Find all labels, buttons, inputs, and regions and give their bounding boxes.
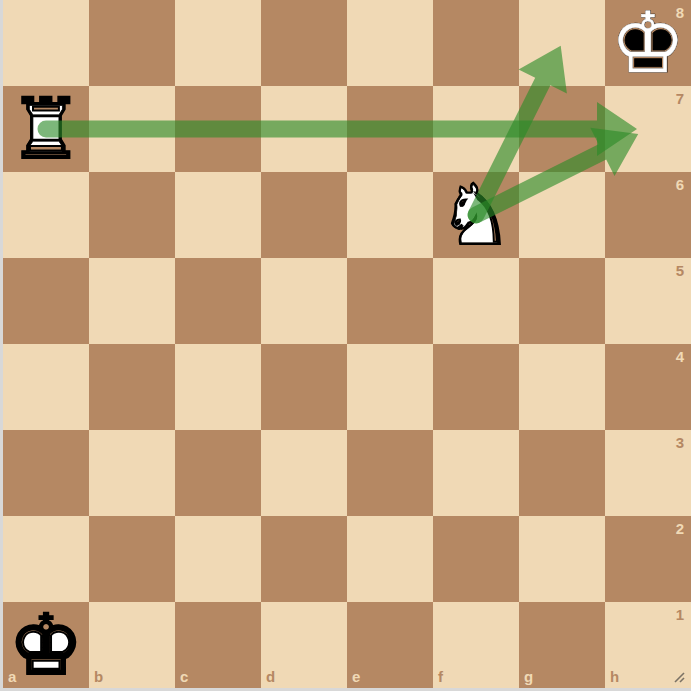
square-d7[interactable]	[261, 86, 347, 172]
file-label-e: e	[352, 669, 360, 684]
black-king-icon[interactable]: ♚♔	[605, 0, 691, 86]
square-g5[interactable]	[519, 258, 605, 344]
square-d5[interactable]	[261, 258, 347, 344]
square-b3[interactable]	[89, 430, 175, 516]
file-label-d: d	[266, 669, 275, 684]
square-c4[interactable]	[175, 344, 261, 430]
square-e3[interactable]	[347, 430, 433, 516]
square-a3[interactable]	[3, 430, 89, 516]
white-rook-icon[interactable]: ♜♖	[3, 86, 89, 172]
square-h3[interactable]: 3	[605, 430, 691, 516]
square-a4[interactable]	[3, 344, 89, 430]
square-f4[interactable]	[433, 344, 519, 430]
square-d6[interactable]	[261, 172, 347, 258]
square-g6[interactable]	[519, 172, 605, 258]
white-knight-icon[interactable]: ♞♘	[433, 172, 519, 258]
square-d8[interactable]	[261, 0, 347, 86]
square-d2[interactable]	[261, 516, 347, 602]
square-g2[interactable]	[519, 516, 605, 602]
black-king-detail: ♔	[605, 0, 691, 86]
square-g8[interactable]	[519, 0, 605, 86]
square-e8[interactable]	[347, 0, 433, 86]
square-b5[interactable]	[89, 258, 175, 344]
square-g1[interactable]: g	[519, 602, 605, 688]
square-c1[interactable]: c	[175, 602, 261, 688]
rank-label-2: 2	[676, 521, 684, 536]
square-c7[interactable]	[175, 86, 261, 172]
square-b6[interactable]	[89, 172, 175, 258]
square-a6[interactable]	[3, 172, 89, 258]
white-king-detail: ♔	[3, 602, 89, 688]
white-rook-glyph: ♜	[3, 86, 89, 172]
square-b4[interactable]	[89, 344, 175, 430]
square-a2[interactable]	[3, 516, 89, 602]
square-g7[interactable]	[519, 86, 605, 172]
rank-label-3: 3	[676, 435, 684, 450]
white-king-icon[interactable]: ♚♔	[3, 602, 89, 688]
square-f3[interactable]	[433, 430, 519, 516]
square-g4[interactable]	[519, 344, 605, 430]
square-h7[interactable]: 7	[605, 86, 691, 172]
rank-label-1: 1	[676, 607, 684, 622]
square-f1[interactable]: f	[433, 602, 519, 688]
square-e4[interactable]	[347, 344, 433, 430]
rank-label-5: 5	[676, 263, 684, 278]
square-e2[interactable]	[347, 516, 433, 602]
square-b7[interactable]	[89, 86, 175, 172]
square-c2[interactable]	[175, 516, 261, 602]
square-a8[interactable]	[3, 0, 89, 86]
black-king-glyph: ♚	[605, 0, 691, 86]
file-label-f: f	[438, 669, 443, 684]
square-e6[interactable]	[347, 172, 433, 258]
white-king-glyph: ♚	[3, 602, 89, 688]
square-a5[interactable]	[3, 258, 89, 344]
square-c8[interactable]	[175, 0, 261, 86]
square-f5[interactable]	[433, 258, 519, 344]
square-f2[interactable]	[433, 516, 519, 602]
square-d3[interactable]	[261, 430, 347, 516]
square-d1[interactable]: d	[261, 602, 347, 688]
square-d4[interactable]	[261, 344, 347, 430]
square-h2[interactable]: 2	[605, 516, 691, 602]
square-c3[interactable]	[175, 430, 261, 516]
square-h4[interactable]: 4	[605, 344, 691, 430]
white-knight-detail: ♘	[433, 172, 519, 258]
square-b8[interactable]	[89, 0, 175, 86]
rank-label-7: 7	[676, 91, 684, 106]
white-knight-glyph: ♞	[433, 172, 519, 258]
square-e7[interactable]	[347, 86, 433, 172]
chess-board[interactable]: 8765432abcdefgh1♚♔♜♖♞♘♚♔	[3, 0, 691, 688]
file-label-g: g	[524, 669, 533, 684]
file-label-b: b	[94, 669, 103, 684]
square-b1[interactable]: b	[89, 602, 175, 688]
square-c6[interactable]	[175, 172, 261, 258]
square-h5[interactable]: 5	[605, 258, 691, 344]
file-label-h: h	[610, 669, 619, 684]
square-e5[interactable]	[347, 258, 433, 344]
square-b2[interactable]	[89, 516, 175, 602]
square-h6[interactable]: 6	[605, 172, 691, 258]
square-e1[interactable]: e	[347, 602, 433, 688]
square-f7[interactable]	[433, 86, 519, 172]
square-f8[interactable]	[433, 0, 519, 86]
board-resize-handle-icon[interactable]	[670, 668, 686, 684]
rank-label-6: 6	[676, 177, 684, 192]
white-rook-detail: ♖	[3, 86, 89, 172]
square-c5[interactable]	[175, 258, 261, 344]
page: 8765432abcdefgh1♚♔♜♖♞♘♚♔	[0, 0, 691, 691]
square-g3[interactable]	[519, 430, 605, 516]
file-label-c: c	[180, 669, 188, 684]
rank-label-4: 4	[676, 349, 684, 364]
